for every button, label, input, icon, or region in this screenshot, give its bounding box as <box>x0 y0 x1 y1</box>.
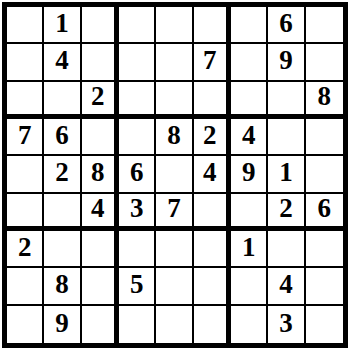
cell-r1c7[interactable] <box>231 7 268 44</box>
cell-r3c6[interactable] <box>194 82 231 119</box>
cell-r3c4[interactable] <box>119 82 156 119</box>
cell-r9c5[interactable] <box>156 306 193 343</box>
cell-r6c4[interactable]: 3 <box>119 194 156 231</box>
cell-r4c9[interactable] <box>306 119 343 156</box>
cell-r2c4[interactable] <box>119 44 156 81</box>
cell-r1c3[interactable] <box>82 7 119 44</box>
cell-r9c3[interactable] <box>82 306 119 343</box>
cell-r2c8[interactable]: 9 <box>268 44 305 81</box>
cell-r6c9[interactable]: 6 <box>306 194 343 231</box>
cell-r9c1[interactable] <box>7 306 44 343</box>
cell-r8c9[interactable] <box>306 268 343 305</box>
cell-r7c1[interactable]: 2 <box>7 231 44 268</box>
cell-r6c2[interactable] <box>44 194 81 231</box>
cell-r5c9[interactable] <box>306 156 343 193</box>
cell-r8c2[interactable]: 8 <box>44 268 81 305</box>
cell-r4c3[interactable] <box>82 119 119 156</box>
cell-r9c8[interactable]: 3 <box>268 306 305 343</box>
cell-r6c8[interactable]: 2 <box>268 194 305 231</box>
cell-r1c2[interactable]: 1 <box>44 7 81 44</box>
cell-r1c9[interactable] <box>306 7 343 44</box>
cell-r1c4[interactable] <box>119 7 156 44</box>
cell-r2c6[interactable]: 7 <box>194 44 231 81</box>
sudoku-page: 164792876824286491437262185493 <box>0 0 350 350</box>
cell-r2c9[interactable] <box>306 44 343 81</box>
cell-r8c7[interactable] <box>231 268 268 305</box>
cell-r7c2[interactable] <box>44 231 81 268</box>
cell-r4c2[interactable]: 6 <box>44 119 81 156</box>
cell-r2c3[interactable] <box>82 44 119 81</box>
cell-r3c8[interactable] <box>268 82 305 119</box>
cell-r9c7[interactable] <box>231 306 268 343</box>
cell-r8c5[interactable] <box>156 268 193 305</box>
cell-r7c3[interactable] <box>82 231 119 268</box>
cell-r3c1[interactable] <box>7 82 44 119</box>
cell-r9c9[interactable] <box>306 306 343 343</box>
cell-r7c5[interactable] <box>156 231 193 268</box>
cell-r3c7[interactable] <box>231 82 268 119</box>
cell-r5c6[interactable]: 4 <box>194 156 231 193</box>
cell-r4c1[interactable]: 7 <box>7 119 44 156</box>
cell-r5c5[interactable] <box>156 156 193 193</box>
cell-r7c6[interactable] <box>194 231 231 268</box>
cell-r3c5[interactable] <box>156 82 193 119</box>
cell-r9c6[interactable] <box>194 306 231 343</box>
cell-r7c4[interactable] <box>119 231 156 268</box>
cell-r8c4[interactable]: 5 <box>119 268 156 305</box>
cell-r7c9[interactable] <box>306 231 343 268</box>
cell-r2c2[interactable]: 4 <box>44 44 81 81</box>
cell-r6c3[interactable]: 4 <box>82 194 119 231</box>
cell-r6c7[interactable] <box>231 194 268 231</box>
cell-r5c2[interactable]: 2 <box>44 156 81 193</box>
cell-r8c1[interactable] <box>7 268 44 305</box>
cell-r5c3[interactable]: 8 <box>82 156 119 193</box>
cell-r5c4[interactable]: 6 <box>119 156 156 193</box>
cell-r1c5[interactable] <box>156 7 193 44</box>
cell-r9c2[interactable]: 9 <box>44 306 81 343</box>
cell-r8c8[interactable]: 4 <box>268 268 305 305</box>
cell-r2c1[interactable] <box>7 44 44 81</box>
sudoku-board: 164792876824286491437262185493 <box>2 2 348 348</box>
cell-r8c3[interactable] <box>82 268 119 305</box>
cell-r6c5[interactable]: 7 <box>156 194 193 231</box>
cell-r5c8[interactable]: 1 <box>268 156 305 193</box>
cell-r7c8[interactable] <box>268 231 305 268</box>
cell-r9c4[interactable] <box>119 306 156 343</box>
cell-r8c6[interactable] <box>194 268 231 305</box>
cell-r6c6[interactable] <box>194 194 231 231</box>
cell-r3c3[interactable]: 2 <box>82 82 119 119</box>
cell-r7c7[interactable]: 1 <box>231 231 268 268</box>
cell-r5c1[interactable] <box>7 156 44 193</box>
cell-r4c7[interactable]: 4 <box>231 119 268 156</box>
cell-r4c6[interactable]: 2 <box>194 119 231 156</box>
cell-r6c1[interactable] <box>7 194 44 231</box>
cell-r1c1[interactable] <box>7 7 44 44</box>
cell-r2c7[interactable] <box>231 44 268 81</box>
cell-r4c8[interactable] <box>268 119 305 156</box>
cell-r2c5[interactable] <box>156 44 193 81</box>
cell-r1c8[interactable]: 6 <box>268 7 305 44</box>
cell-r1c6[interactable] <box>194 7 231 44</box>
cell-r3c2[interactable] <box>44 82 81 119</box>
cell-r5c7[interactable]: 9 <box>231 156 268 193</box>
cell-r4c5[interactable]: 8 <box>156 119 193 156</box>
cell-r4c4[interactable] <box>119 119 156 156</box>
cell-r3c9[interactable]: 8 <box>306 82 343 119</box>
